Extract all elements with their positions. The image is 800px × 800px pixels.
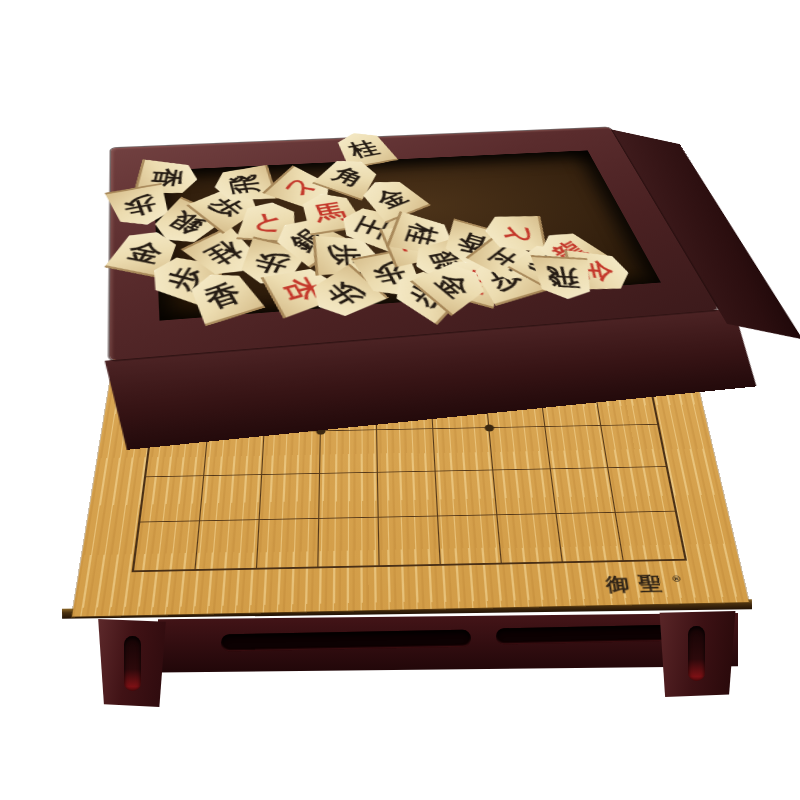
board-cell [378, 472, 438, 518]
board-cell [200, 475, 262, 521]
board-cell [608, 467, 674, 513]
piece-kanji: 桂 [345, 138, 382, 159]
board-cell [601, 425, 665, 468]
board-cell [438, 515, 502, 564]
board-cell [318, 518, 379, 567]
board-cell [319, 473, 378, 519]
board-cell [262, 431, 321, 475]
leg-groove [688, 626, 705, 681]
piece-kanji: 香 [201, 280, 246, 312]
board-cell [545, 426, 608, 469]
board-cell [377, 429, 436, 473]
piece-kanji: 角 [329, 164, 368, 189]
board-cell [551, 468, 616, 514]
piece-kanji: 飛 [227, 174, 262, 196]
board-cell [489, 427, 550, 470]
board-cell [616, 512, 685, 561]
brand-mark: 御聖® [604, 571, 685, 598]
piece-kanji: と [251, 210, 287, 233]
board-cell [320, 430, 378, 474]
board-leg-front-right [658, 611, 737, 697]
piece-kanji: 金 [371, 185, 413, 211]
piece-kanji: 金 [124, 239, 168, 266]
piece-kanji: 馬 [311, 201, 349, 225]
piece-tray: 桂香歩銀金歩桂香歩飛と歩杏銀と馬歩歩角王歩金と歩桂銀圭香金歩玉と歩龍全飛 [104, 42, 696, 408]
registered-trademark-symbol: ® [671, 575, 683, 584]
board-cell [379, 516, 441, 565]
board-cell [196, 520, 260, 569]
piece-kanji: 桂 [201, 238, 247, 269]
leg-groove [124, 636, 141, 691]
piece-tray-plane: 桂香歩銀金歩桂香歩飛と歩杏銀と馬歩歩角王歩金と歩桂銀圭香金歩玉と歩龍全飛 [110, 127, 719, 360]
board-cell [497, 514, 562, 563]
board-cell [557, 513, 624, 562]
board-cell [493, 469, 556, 515]
board-cell [433, 428, 493, 472]
board-cell [140, 476, 204, 522]
board-cell [260, 474, 320, 520]
piece-kanji: 金 [430, 270, 476, 302]
board-cell [436, 470, 498, 516]
star-point [484, 424, 494, 431]
board-cell [257, 519, 319, 568]
board-leg-front-left [96, 619, 168, 707]
brand-label: 御聖 [604, 572, 674, 596]
board-cell [134, 521, 200, 570]
piece-kanji: 歩 [320, 277, 367, 310]
piece-kanji: 飛 [545, 265, 581, 289]
piece-kanji: と [498, 221, 532, 243]
shogi-set-product-photo: 御聖® 桂香歩銀金歩桂香歩飛と歩杏銀と馬歩歩角王歩金と歩桂銀圭香金歩玉と歩龍全飛 [0, 0, 800, 800]
piece-kanji: 歩 [121, 194, 160, 219]
piece-kanji: 歩 [250, 249, 292, 277]
